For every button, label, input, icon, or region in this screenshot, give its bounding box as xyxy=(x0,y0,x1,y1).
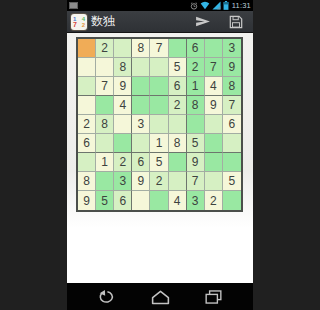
cell-r8c1[interactable]: 8 xyxy=(78,172,96,191)
cell-r7c8[interactable] xyxy=(205,153,223,172)
send-button[interactable] xyxy=(194,13,212,31)
cell-r8c6[interactable] xyxy=(169,172,187,191)
cell-r8c7[interactable]: 7 xyxy=(187,172,205,191)
cell-r7c4[interactable]: 6 xyxy=(132,153,150,172)
cell-r4c2[interactable] xyxy=(96,96,114,115)
cell-r8c9[interactable]: 5 xyxy=(223,172,241,191)
cell-r3c6[interactable]: 6 xyxy=(169,77,187,96)
cell-r7c6[interactable] xyxy=(169,153,187,172)
cell-r8c4[interactable]: 9 xyxy=(132,172,150,191)
action-bar: 1 4 7 2 数独 xyxy=(67,11,253,33)
app-title: 数独 xyxy=(91,13,115,30)
send-icon xyxy=(195,15,211,28)
wifi-icon xyxy=(200,1,210,10)
cell-r6c9[interactable] xyxy=(223,134,241,153)
cell-r8c2[interactable] xyxy=(96,172,114,191)
back-icon xyxy=(97,289,117,305)
cell-r9c1[interactable]: 9 xyxy=(78,191,96,210)
cell-r3c4[interactable] xyxy=(132,77,150,96)
cell-r5c2[interactable]: 8 xyxy=(96,115,114,134)
cell-r5c8[interactable] xyxy=(205,115,223,134)
cell-r3c8[interactable]: 4 xyxy=(205,77,223,96)
cell-r3c1[interactable] xyxy=(78,77,96,96)
cell-r4c1[interactable] xyxy=(78,96,96,115)
cell-r6c5[interactable]: 1 xyxy=(150,134,168,153)
cell-r2c1[interactable] xyxy=(78,58,96,77)
cell-r5c3[interactable] xyxy=(114,115,132,134)
cell-r3c5[interactable] xyxy=(150,77,168,96)
cell-r3c7[interactable]: 1 xyxy=(187,77,205,96)
cell-r8c3[interactable]: 3 xyxy=(114,172,132,191)
cell-r2c7[interactable]: 2 xyxy=(187,58,205,77)
cell-r1c1[interactable] xyxy=(78,39,96,58)
cell-r6c2[interactable] xyxy=(96,134,114,153)
cell-r4c8[interactable]: 9 xyxy=(205,96,223,115)
battery-icon xyxy=(223,1,229,10)
nav-bar xyxy=(67,283,253,310)
cell-r4c6[interactable]: 2 xyxy=(169,96,187,115)
cell-r9c6[interactable]: 4 xyxy=(169,191,187,210)
save-button[interactable] xyxy=(227,13,245,31)
cell-r3c3[interactable]: 9 xyxy=(114,77,132,96)
notification-grid-icon xyxy=(69,2,78,9)
cell-r9c3[interactable]: 6 xyxy=(114,191,132,210)
cell-r1c7[interactable]: 6 xyxy=(187,39,205,58)
cell-r2c8[interactable]: 7 xyxy=(205,58,223,77)
cell-r4c9[interactable]: 7 xyxy=(223,96,241,115)
cell-r2c2[interactable] xyxy=(96,58,114,77)
cell-r5c5[interactable] xyxy=(150,115,168,134)
cell-r9c2[interactable]: 5 xyxy=(96,191,114,210)
save-icon xyxy=(229,15,243,29)
cell-r1c4[interactable]: 8 xyxy=(132,39,150,58)
cell-r1c8[interactable] xyxy=(205,39,223,58)
cell-r6c6[interactable]: 8 xyxy=(169,134,187,153)
cell-r1c2[interactable]: 2 xyxy=(96,39,114,58)
cell-r9c4[interactable] xyxy=(132,191,150,210)
action-bar-home[interactable]: 1 4 7 2 数独 xyxy=(67,13,194,30)
back-button[interactable] xyxy=(94,287,120,307)
cell-r5c7[interactable] xyxy=(187,115,205,134)
cell-r2c3[interactable]: 8 xyxy=(114,58,132,77)
cell-r2c9[interactable]: 9 xyxy=(223,58,241,77)
cell-r7c2[interactable]: 1 xyxy=(96,153,114,172)
cell-r1c5[interactable]: 7 xyxy=(150,39,168,58)
cell-r5c9[interactable]: 6 xyxy=(223,115,241,134)
cell-r9c7[interactable]: 3 xyxy=(187,191,205,210)
cell-r8c5[interactable]: 2 xyxy=(150,172,168,191)
status-time: 11:31 xyxy=(231,1,251,10)
cell-r1c9[interactable]: 3 xyxy=(223,39,241,58)
cell-r6c7[interactable]: 5 xyxy=(187,134,205,153)
recents-icon xyxy=(204,289,223,305)
cell-r7c9[interactable] xyxy=(223,153,241,172)
home-icon xyxy=(150,289,171,305)
status-bar: 11:31 xyxy=(67,0,253,11)
cell-r7c5[interactable]: 5 xyxy=(150,153,168,172)
sudoku-board: 2876385279796148428972836618512659839275… xyxy=(76,37,243,212)
cell-r6c8[interactable] xyxy=(205,134,223,153)
cell-r5c4[interactable]: 3 xyxy=(132,115,150,134)
phone-screen: 11:31 1 4 7 2 数独 xyxy=(67,0,253,310)
cell-r6c1[interactable]: 6 xyxy=(78,134,96,153)
cell-r6c3[interactable] xyxy=(114,134,132,153)
cell-r8c8[interactable] xyxy=(205,172,223,191)
cell-r4c4[interactable] xyxy=(132,96,150,115)
cell-r1c6[interactable] xyxy=(169,39,187,58)
alarm-clock-icon xyxy=(190,2,198,10)
cell-r7c3[interactable]: 2 xyxy=(114,153,132,172)
cell-r9c8[interactable]: 2 xyxy=(205,191,223,210)
cell-r1c3[interactable] xyxy=(114,39,132,58)
cell-r2c6[interactable]: 5 xyxy=(169,58,187,77)
recents-button[interactable] xyxy=(200,287,226,307)
cell-r9c5[interactable] xyxy=(150,191,168,210)
cell-r4c3[interactable]: 4 xyxy=(114,96,132,115)
cell-r9c9[interactable] xyxy=(223,191,241,210)
cell-r7c1[interactable] xyxy=(78,153,96,172)
content-area: 2876385279796148428972836618512659839275… xyxy=(67,33,253,283)
cell-r6c4[interactable] xyxy=(132,134,150,153)
cell-r3c9[interactable]: 8 xyxy=(223,77,241,96)
cell-r7c7[interactable]: 9 xyxy=(187,153,205,172)
cell-r2c5[interactable] xyxy=(150,58,168,77)
cell-r2c4[interactable] xyxy=(132,58,150,77)
cell-r5c1[interactable]: 2 xyxy=(78,115,96,134)
signal-icon xyxy=(212,1,221,10)
home-button[interactable] xyxy=(147,287,173,307)
cell-r5c6[interactable] xyxy=(169,115,187,134)
cell-r3c2[interactable]: 7 xyxy=(96,77,114,96)
cell-r4c5[interactable] xyxy=(150,96,168,115)
cell-r4c7[interactable]: 8 xyxy=(187,96,205,115)
app-launcher-icon: 1 4 7 2 xyxy=(71,14,87,30)
